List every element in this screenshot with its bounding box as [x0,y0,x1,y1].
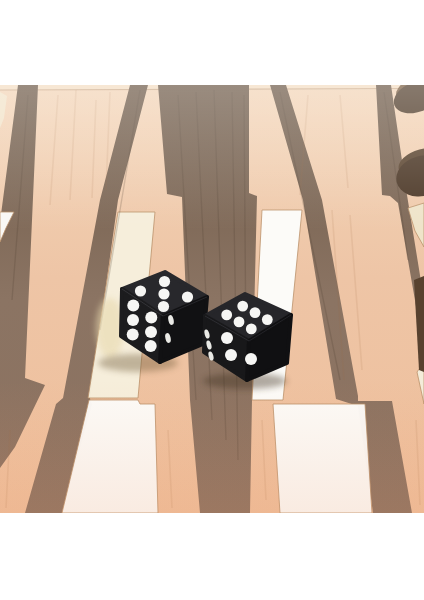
backgammon-board [0,85,424,513]
page-background [0,0,424,600]
board-photo [0,85,424,513]
highlight-overlay [0,85,424,230]
warm-overlay [0,380,424,513]
